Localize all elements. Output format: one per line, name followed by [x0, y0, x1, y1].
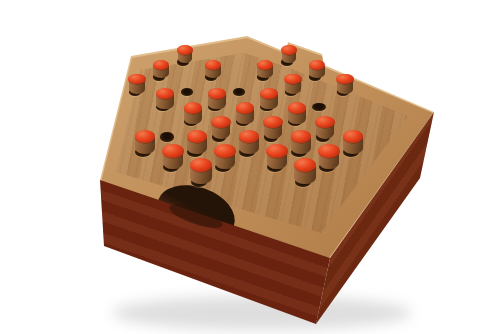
peg-red-top[interactable] [128, 74, 145, 85]
peg-red-top[interactable] [153, 60, 169, 70]
peg-red-top[interactable] [239, 130, 260, 143]
peg-red-top[interactable] [177, 45, 192, 55]
peg-red-top[interactable] [318, 144, 340, 158]
empty-hole[interactable] [312, 103, 326, 112]
peg-red-top[interactable] [257, 60, 273, 70]
peg-red-top[interactable] [187, 130, 208, 143]
peg-red-top[interactable] [208, 88, 226, 99]
peg-red-top[interactable] [184, 102, 203, 114]
peg-red-top[interactable] [336, 74, 353, 85]
product-photo-scene [0, 0, 500, 334]
peg-red-top[interactable] [284, 74, 301, 85]
peg-red-top[interactable] [266, 144, 288, 158]
peg-red-top[interactable] [205, 60, 221, 70]
peg-red-top[interactable] [236, 102, 255, 114]
peg-red-top[interactable] [156, 88, 174, 99]
peg-red-top[interactable] [288, 102, 307, 114]
peg-red-top[interactable] [260, 88, 278, 99]
peg-red-top[interactable] [162, 144, 184, 158]
peg-red-top[interactable] [291, 130, 312, 143]
peg-red-top[interactable] [309, 60, 325, 70]
empty-hole[interactable] [160, 132, 175, 141]
peg-red-top[interactable] [214, 144, 236, 158]
peg-red-top[interactable] [135, 130, 156, 143]
peg-red-top[interactable] [281, 45, 296, 55]
peg-red-top[interactable] [343, 130, 364, 143]
